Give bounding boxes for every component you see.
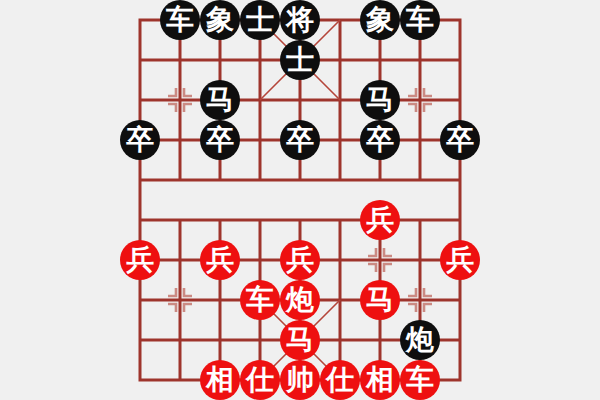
piece-black-pawn[interactable]: 卒 [200,120,240,160]
piece-red-pawn[interactable]: 兵 [440,240,480,280]
piece-red-cannon[interactable]: 炮 [280,280,320,320]
piece-black-pawn[interactable]: 卒 [360,120,400,160]
piece-red-horse[interactable]: 马 [280,320,320,360]
piece-black-advisor[interactable]: 士 [240,0,280,40]
pieces-layer: 车象士将象车士马马卒卒卒卒卒兵兵兵兵兵车炮马马炮相仕帅仕相车 [120,0,480,400]
piece-red-pawn[interactable]: 兵 [360,200,400,240]
piece-red-horse[interactable]: 马 [360,280,400,320]
piece-red-general[interactable]: 帅 [280,360,320,400]
piece-black-chariot[interactable]: 车 [400,0,440,40]
piece-red-elephant[interactable]: 相 [200,360,240,400]
piece-black-pawn[interactable]: 卒 [120,120,160,160]
piece-black-cannon[interactable]: 炮 [400,320,440,360]
piece-black-horse[interactable]: 马 [200,80,240,120]
piece-black-general[interactable]: 将 [280,0,320,40]
piece-black-chariot[interactable]: 车 [160,0,200,40]
piece-red-chariot[interactable]: 车 [400,360,440,400]
piece-black-horse[interactable]: 马 [360,80,400,120]
piece-red-advisor[interactable]: 仕 [320,360,360,400]
piece-red-chariot[interactable]: 车 [240,280,280,320]
piece-red-pawn[interactable]: 兵 [280,240,320,280]
piece-black-pawn[interactable]: 卒 [280,120,320,160]
piece-black-elephant[interactable]: 象 [200,0,240,40]
piece-red-elephant[interactable]: 相 [360,360,400,400]
xiangqi-board[interactable]: 车象士将象车士马马卒卒卒卒卒兵兵兵兵兵车炮马马炮相仕帅仕相车 [120,0,480,400]
piece-red-advisor[interactable]: 仕 [240,360,280,400]
piece-black-pawn[interactable]: 卒 [440,120,480,160]
piece-red-pawn[interactable]: 兵 [120,240,160,280]
xiangqi-app: 车象士将象车士马马卒卒卒卒卒兵兵兵兵兵车炮马马炮相仕帅仕相车 [0,0,600,400]
piece-red-pawn[interactable]: 兵 [200,240,240,280]
piece-black-advisor[interactable]: 士 [280,40,320,80]
piece-black-elephant[interactable]: 象 [360,0,400,40]
